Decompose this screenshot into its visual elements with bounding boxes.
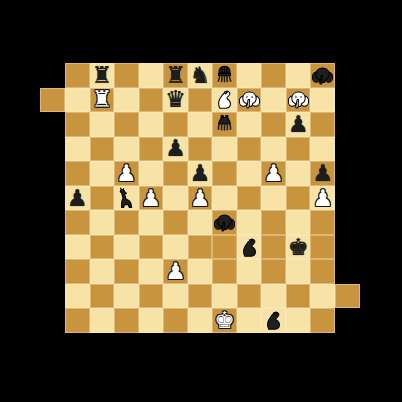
board-square[interactable]: ♟ bbox=[310, 161, 335, 186]
board-square[interactable] bbox=[114, 112, 139, 137]
board-square[interactable] bbox=[212, 235, 237, 260]
white-elephant[interactable] bbox=[286, 88, 311, 113]
board-square[interactable] bbox=[286, 308, 311, 333]
board-square[interactable] bbox=[261, 284, 286, 309]
board-square[interactable] bbox=[163, 112, 188, 137]
board-square[interactable] bbox=[163, 186, 188, 211]
black-pawn[interactable]: ♟ bbox=[65, 186, 90, 211]
black-pawn[interactable]: ♟ bbox=[188, 161, 213, 186]
board-square[interactable] bbox=[90, 210, 115, 235]
board-square[interactable] bbox=[237, 186, 262, 211]
black-pawn[interactable]: ♟ bbox=[163, 137, 188, 162]
white-pawn[interactable]: ♟ bbox=[261, 161, 286, 186]
board-square[interactable] bbox=[286, 161, 311, 186]
board-square[interactable] bbox=[286, 259, 311, 284]
board-square[interactable] bbox=[188, 88, 213, 113]
board-square[interactable]: ♟ bbox=[139, 186, 164, 211]
board-square[interactable] bbox=[90, 235, 115, 260]
board-square[interactable] bbox=[188, 210, 213, 235]
board-square[interactable] bbox=[139, 112, 164, 137]
black-war-engine[interactable] bbox=[212, 63, 237, 88]
board-square[interactable]: ♟ bbox=[310, 186, 335, 211]
board-square[interactable] bbox=[65, 63, 90, 88]
board-square[interactable] bbox=[139, 210, 164, 235]
black-king[interactable]: ♚ bbox=[286, 235, 311, 260]
board-square[interactable]: ♜ bbox=[90, 63, 115, 88]
board-square[interactable] bbox=[212, 88, 237, 113]
board-square[interactable] bbox=[65, 284, 90, 309]
board-square[interactable] bbox=[65, 235, 90, 260]
board-square[interactable] bbox=[310, 210, 335, 235]
white-king[interactable]: ♚ bbox=[212, 308, 237, 333]
board-square[interactable] bbox=[163, 284, 188, 309]
board-square[interactable]: ♛ bbox=[163, 88, 188, 113]
board-square[interactable] bbox=[310, 284, 335, 309]
black-elephant[interactable] bbox=[212, 210, 237, 235]
black-general[interactable]: ♛ bbox=[163, 88, 188, 113]
board-square[interactable] bbox=[65, 210, 90, 235]
board-square[interactable] bbox=[65, 308, 90, 333]
board-square[interactable] bbox=[212, 259, 237, 284]
board-square[interactable] bbox=[310, 137, 335, 162]
board-square[interactable] bbox=[237, 308, 262, 333]
citadel-square-left[interactable] bbox=[40, 88, 65, 113]
black-vizier[interactable] bbox=[212, 112, 237, 137]
board-square[interactable] bbox=[286, 186, 311, 211]
board-square[interactable] bbox=[139, 137, 164, 162]
board-square[interactable] bbox=[114, 137, 139, 162]
board-square[interactable]: ♟ bbox=[188, 161, 213, 186]
board-square[interactable] bbox=[261, 235, 286, 260]
white-camel[interactable] bbox=[212, 88, 237, 113]
board-square[interactable]: ♜ bbox=[163, 63, 188, 88]
board-square[interactable] bbox=[90, 112, 115, 137]
board-square[interactable] bbox=[237, 259, 262, 284]
board-square[interactable] bbox=[90, 161, 115, 186]
board-square[interactable] bbox=[188, 235, 213, 260]
black-giraffe[interactable] bbox=[114, 186, 139, 211]
board-square[interactable] bbox=[90, 186, 115, 211]
black-elephant[interactable] bbox=[310, 63, 335, 88]
white-pawn[interactable]: ♟ bbox=[114, 161, 139, 186]
black-knight[interactable]: ♞ bbox=[188, 63, 213, 88]
board-square[interactable] bbox=[65, 259, 90, 284]
board-square[interactable] bbox=[65, 112, 90, 137]
board-square[interactable] bbox=[114, 235, 139, 260]
board-square[interactable] bbox=[114, 88, 139, 113]
board-square[interactable] bbox=[212, 112, 237, 137]
board-square[interactable] bbox=[90, 259, 115, 284]
board-square[interactable] bbox=[188, 284, 213, 309]
board-square[interactable] bbox=[237, 112, 262, 137]
white-pawn[interactable]: ♟ bbox=[310, 186, 335, 211]
board-square[interactable] bbox=[286, 88, 311, 113]
board-square[interactable] bbox=[286, 284, 311, 309]
board-square[interactable] bbox=[237, 235, 262, 260]
board-square[interactable] bbox=[237, 210, 262, 235]
board-square[interactable] bbox=[261, 186, 286, 211]
board-square[interactable] bbox=[237, 137, 262, 162]
board-square[interactable]: ♟ bbox=[188, 186, 213, 211]
board-square[interactable] bbox=[90, 137, 115, 162]
board-square[interactable] bbox=[114, 259, 139, 284]
board-square[interactable] bbox=[65, 161, 90, 186]
black-pawn[interactable]: ♟ bbox=[286, 112, 311, 137]
board-square[interactable] bbox=[310, 308, 335, 333]
black-pawn[interactable]: ♟ bbox=[310, 161, 335, 186]
screenshot-background: { "game": { "name": "Tamerlane chess (Sh… bbox=[0, 0, 402, 402]
board-square[interactable]: ♟ bbox=[163, 137, 188, 162]
board-square[interactable] bbox=[163, 308, 188, 333]
board-square[interactable] bbox=[212, 137, 237, 162]
board-square[interactable] bbox=[65, 137, 90, 162]
board-square[interactable] bbox=[139, 161, 164, 186]
board-square[interactable] bbox=[139, 63, 164, 88]
board-square[interactable] bbox=[237, 161, 262, 186]
board-square[interactable] bbox=[212, 63, 237, 88]
board-square[interactable] bbox=[310, 259, 335, 284]
board-square[interactable] bbox=[163, 235, 188, 260]
board-square[interactable] bbox=[261, 63, 286, 88]
board-square[interactable]: ♚ bbox=[212, 308, 237, 333]
board-square[interactable]: ♟ bbox=[114, 161, 139, 186]
board-square[interactable] bbox=[114, 63, 139, 88]
board-square[interactable] bbox=[163, 161, 188, 186]
board-square[interactable] bbox=[310, 63, 335, 88]
board-square[interactable] bbox=[139, 308, 164, 333]
black-camel[interactable] bbox=[237, 235, 262, 260]
board-square[interactable] bbox=[261, 308, 286, 333]
citadel-square-right[interactable] bbox=[335, 284, 360, 309]
board-square[interactable]: ♟ bbox=[65, 186, 90, 211]
board-square[interactable] bbox=[114, 186, 139, 211]
board-square[interactable]: ♟ bbox=[286, 112, 311, 137]
board-square[interactable] bbox=[286, 210, 311, 235]
board-square[interactable] bbox=[139, 88, 164, 113]
board-square[interactable] bbox=[286, 63, 311, 88]
board-square[interactable] bbox=[139, 235, 164, 260]
board-square[interactable] bbox=[114, 308, 139, 333]
board-square[interactable] bbox=[188, 308, 213, 333]
board-square[interactable] bbox=[237, 63, 262, 88]
board-square[interactable] bbox=[237, 88, 262, 113]
board-square[interactable] bbox=[188, 259, 213, 284]
board-square[interactable] bbox=[188, 137, 213, 162]
board-square[interactable] bbox=[261, 137, 286, 162]
board-square[interactable] bbox=[286, 137, 311, 162]
black-camel[interactable] bbox=[261, 308, 286, 333]
black-rook[interactable]: ♜ bbox=[163, 63, 188, 88]
board-square[interactable] bbox=[114, 284, 139, 309]
board-square[interactable] bbox=[188, 112, 213, 137]
white-pawn[interactable]: ♟ bbox=[163, 259, 188, 284]
board-square[interactable] bbox=[310, 112, 335, 137]
board-square[interactable] bbox=[261, 88, 286, 113]
board-square[interactable] bbox=[139, 284, 164, 309]
game-board: ♜♜♞♜♛♟♟♟♟♟♟♟♟♟♟♚♟♚ bbox=[65, 63, 335, 333]
board-square[interactable] bbox=[90, 308, 115, 333]
board-square[interactable] bbox=[90, 284, 115, 309]
board-square[interactable] bbox=[261, 259, 286, 284]
board-square[interactable]: ♟ bbox=[163, 259, 188, 284]
board-square[interactable] bbox=[163, 210, 188, 235]
white-rook[interactable]: ♜ bbox=[90, 88, 115, 113]
board-square[interactable] bbox=[237, 284, 262, 309]
board-square[interactable] bbox=[310, 235, 335, 260]
board-square[interactable] bbox=[212, 284, 237, 309]
board-square[interactable] bbox=[212, 186, 237, 211]
white-pawn[interactable]: ♟ bbox=[139, 186, 164, 211]
black-rook[interactable]: ♜ bbox=[90, 63, 115, 88]
white-pawn[interactable]: ♟ bbox=[188, 186, 213, 211]
board-square[interactable] bbox=[261, 210, 286, 235]
board-square[interactable] bbox=[310, 88, 335, 113]
board-square[interactable] bbox=[212, 210, 237, 235]
board-square[interactable] bbox=[212, 161, 237, 186]
white-elephant[interactable] bbox=[237, 88, 262, 113]
board-square[interactable] bbox=[65, 88, 90, 113]
board-square[interactable]: ♟ bbox=[261, 161, 286, 186]
board-square[interactable]: ♞ bbox=[188, 63, 213, 88]
board-square[interactable]: ♜ bbox=[90, 88, 115, 113]
board-square[interactable] bbox=[261, 112, 286, 137]
board-square[interactable]: ♚ bbox=[286, 235, 311, 260]
board-square[interactable] bbox=[114, 210, 139, 235]
board-square[interactable] bbox=[139, 259, 164, 284]
